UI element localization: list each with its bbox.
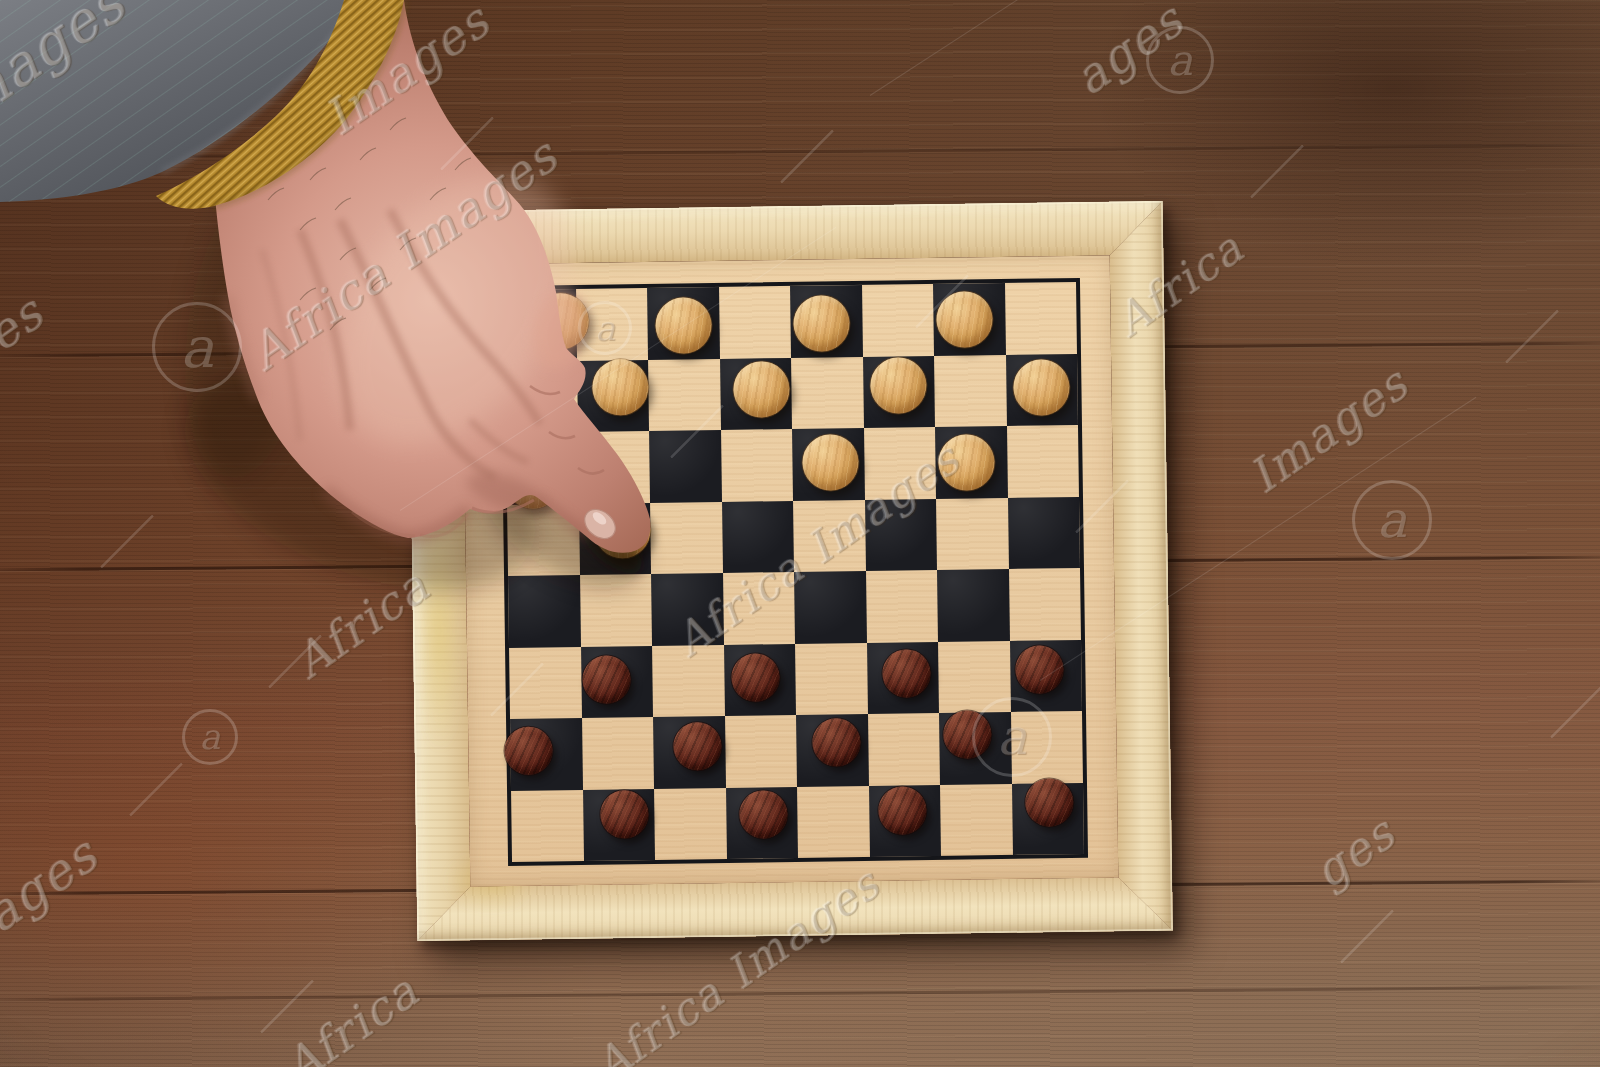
hand-arm-overlay [0, 0, 1600, 1067]
scene: magesImagesagesgesAfrica ImagesAfrica Im… [0, 0, 1600, 1067]
